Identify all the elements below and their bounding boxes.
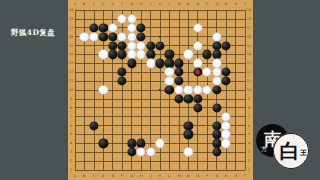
col-label-bottom: S: [232, 174, 239, 178]
col-label-bottom: C: [90, 174, 97, 178]
col-label-bottom: G: [128, 174, 135, 178]
row-label-right: 17: [246, 26, 253, 30]
white-stone-H14: [137, 50, 146, 59]
col-label-top: C: [90, 2, 97, 6]
col-label-top: M: [175, 2, 182, 6]
col-label-top: T: [242, 2, 249, 6]
row-label-left: 4: [67, 142, 74, 146]
video-frame: 野狐4D复盘 AABBCCDDEEFFGGHHJJKKLLMMNNOOPPQQR…: [0, 0, 320, 180]
white-stone-N14: [184, 50, 193, 59]
logo-white-subcharacter: 王: [300, 148, 307, 158]
white-stone-Q16: [212, 32, 221, 41]
last-move-marker: [195, 70, 200, 75]
row-label-left: 15: [67, 44, 74, 48]
black-stone-G3: [127, 148, 136, 157]
black-stone-Q14: [212, 50, 221, 59]
black-stone-M12: [174, 68, 183, 77]
col-label-bottom: D: [100, 174, 107, 178]
white-stone-H3: [137, 148, 146, 157]
col-label-bottom: L: [166, 174, 173, 178]
col-label-bottom: A: [72, 174, 79, 178]
white-stone-F18: [118, 14, 127, 23]
caption-text: 野狐4D复盘: [11, 28, 55, 38]
white-stone-J3: [146, 148, 155, 157]
row-label-right: 16: [246, 35, 253, 39]
col-label-top: A: [72, 2, 79, 6]
black-stone-H4: [137, 139, 146, 148]
black-stone-D4: [99, 139, 108, 148]
row-label-left: 5: [67, 133, 74, 137]
black-stone-N5: [184, 130, 193, 139]
black-stone-M11: [174, 77, 183, 86]
white-stone-D10: [99, 85, 108, 94]
row-label-right: 10: [246, 88, 253, 92]
col-label-top: E: [109, 2, 116, 6]
white-stone-L12: [165, 68, 174, 77]
black-stone-K15: [155, 41, 164, 50]
col-label-top: K: [157, 2, 164, 6]
white-stone-Q11: [212, 77, 221, 86]
col-label-bottom: F: [119, 174, 126, 178]
row-label-left: 13: [67, 62, 74, 66]
row-label-right: 7: [246, 115, 253, 119]
col-label-bottom: B: [81, 174, 88, 178]
row-label-left: 3: [67, 150, 74, 154]
white-stone-G14: [127, 50, 136, 59]
white-stone-M10: [174, 85, 183, 94]
black-stone-G13: [127, 59, 136, 68]
col-label-top: O: [194, 2, 201, 6]
black-stone-J14: [146, 50, 155, 59]
black-stone-E16: [108, 32, 117, 41]
white-stone-P12: [203, 68, 212, 77]
black-stone-M13: [174, 59, 183, 68]
white-stone-G18: [127, 14, 136, 23]
row-label-right: 5: [246, 133, 253, 137]
black-stone-K13: [155, 59, 164, 68]
black-stone-H16: [137, 32, 146, 41]
white-stone-G17: [127, 23, 136, 32]
row-label-right: 13: [246, 62, 253, 66]
col-label-top: P: [204, 2, 211, 6]
row-label-right: 14: [246, 53, 253, 57]
col-label-bottom: H: [138, 174, 145, 178]
black-stone-L13: [165, 59, 174, 68]
col-label-top: H: [138, 2, 145, 6]
black-stone-E15: [108, 41, 117, 50]
col-label-top: B: [81, 2, 88, 6]
row-label-right: 19: [246, 8, 253, 12]
row-label-left: 12: [67, 70, 74, 74]
black-stone-R11: [222, 77, 231, 86]
black-stone-C6: [89, 121, 98, 130]
col-label-top: F: [119, 2, 126, 6]
col-label-bottom: N: [185, 174, 192, 178]
white-stone-H15: [137, 41, 146, 50]
col-label-top: Q: [213, 2, 220, 6]
black-stone-Q3: [212, 148, 221, 157]
white-stone-Q12: [212, 68, 221, 77]
white-stone-C16: [89, 32, 98, 41]
row-label-right: 1: [246, 168, 253, 172]
black-stone-D16: [99, 32, 108, 41]
logo-black-subcharacter: 方: [261, 145, 267, 154]
white-stone-R4: [222, 139, 231, 148]
black-stone-R15: [222, 41, 231, 50]
white-stone-E17: [108, 23, 117, 32]
white-stone-O15: [193, 41, 202, 50]
black-stone-G4: [127, 139, 136, 148]
col-label-bottom: M: [175, 174, 182, 178]
white-stone-Q13: [212, 59, 221, 68]
white-stone-O10: [193, 85, 202, 94]
row-label-left: 18: [67, 17, 74, 21]
black-stone-N6: [184, 121, 193, 130]
row-label-left: 10: [67, 88, 74, 92]
row-label-left: 14: [67, 53, 74, 57]
black-stone-Q8: [212, 103, 221, 112]
black-stone-Q6: [212, 121, 221, 130]
black-stone-M9: [174, 94, 183, 103]
row-label-left: 9: [67, 97, 74, 101]
black-stone-F14: [118, 50, 127, 59]
col-label-bottom: Q: [213, 174, 220, 178]
white-stone-J13: [146, 59, 155, 68]
black-stone-P14: [203, 50, 212, 59]
white-stone-D14: [99, 50, 108, 59]
white-stone-O13: [193, 59, 202, 68]
black-stone-C17: [89, 23, 98, 32]
row-label-left: 11: [67, 79, 74, 83]
row-label-right: 8: [246, 106, 253, 110]
black-stone-R12: [222, 68, 231, 77]
logo-white-circle: 白 王: [273, 133, 309, 169]
row-label-right: 12: [246, 70, 253, 74]
go-board[interactable]: AABBCCDDEEFFGGHHJJKKLLMMNNOOPPQQRRSSTT19…: [68, 0, 253, 180]
row-label-right: 9: [246, 97, 253, 101]
row-label-left: 8: [67, 106, 74, 110]
col-label-bottom: P: [204, 174, 211, 178]
col-label-top: J: [147, 2, 154, 6]
white-stone-B16: [80, 32, 89, 41]
black-stone-Q10: [212, 85, 221, 94]
row-label-right: 18: [246, 17, 253, 21]
white-stone-R6: [222, 121, 231, 130]
black-stone-D17: [99, 23, 108, 32]
channel-logo: 南 方 白 王: [256, 124, 318, 176]
col-label-top: R: [223, 2, 230, 6]
black-stone-E14: [108, 50, 117, 59]
row-label-left: 1: [67, 168, 74, 172]
white-stone-G15: [127, 41, 136, 50]
col-label-bottom: K: [157, 174, 164, 178]
black-stone-L10: [165, 85, 174, 94]
white-stone-R5: [222, 130, 231, 139]
black-stone-H17: [137, 23, 146, 32]
white-stone-P10: [203, 85, 212, 94]
row-label-left: 2: [67, 159, 74, 163]
black-stone-O9: [193, 94, 202, 103]
white-stone-N10: [184, 85, 193, 94]
col-label-bottom: T: [242, 174, 249, 178]
col-label-bottom: O: [194, 174, 201, 178]
white-stone-G16: [127, 32, 136, 41]
row-label-right: 2: [246, 159, 253, 163]
row-label-left: 7: [67, 115, 74, 119]
logo-white-character: 白: [280, 138, 300, 165]
col-label-bottom: R: [223, 174, 230, 178]
black-stone-N9: [184, 94, 193, 103]
black-stone-F15: [118, 41, 127, 50]
row-label-left: 16: [67, 35, 74, 39]
black-stone-Q4: [212, 139, 221, 148]
white-stone-K4: [155, 139, 164, 148]
row-label-left: 6: [67, 124, 74, 128]
col-label-top: L: [166, 2, 173, 6]
white-stone-L11: [165, 77, 174, 86]
col-label-top: D: [100, 2, 107, 6]
black-stone-J15: [146, 41, 155, 50]
black-stone-L14: [165, 50, 174, 59]
col-label-top: G: [128, 2, 135, 6]
row-label-right: 6: [246, 124, 253, 128]
row-label-left: 19: [67, 8, 74, 12]
row-label-right: 11: [246, 79, 253, 83]
col-label-bottom: E: [109, 174, 116, 178]
white-stone-R7: [222, 112, 231, 121]
black-stone-F12: [118, 68, 127, 77]
black-stone-F11: [118, 77, 127, 86]
white-stone-F16: [118, 32, 127, 41]
col-label-top: N: [185, 2, 192, 6]
row-label-right: 3: [246, 150, 253, 154]
col-label-top: S: [232, 2, 239, 6]
white-stone-N3: [184, 148, 193, 157]
black-stone-Q5: [212, 130, 221, 139]
black-stone-Q15: [212, 41, 221, 50]
row-label-left: 17: [67, 26, 74, 30]
black-stone-O8: [193, 103, 202, 112]
col-label-bottom: J: [147, 174, 154, 178]
row-label-right: 15: [246, 44, 253, 48]
white-stone-O17: [193, 23, 202, 32]
row-label-right: 4: [246, 142, 253, 146]
